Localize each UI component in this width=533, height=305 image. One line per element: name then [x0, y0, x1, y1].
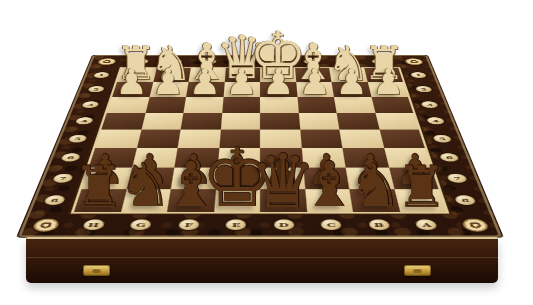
brass-latch-left: [83, 265, 110, 276]
square-G6[interactable]: [132, 148, 178, 168]
decorative-medallion: [371, 59, 387, 64]
square-H6[interactable]: [89, 148, 137, 168]
square-E5[interactable]: [219, 130, 260, 148]
square-C1[interactable]: [295, 68, 332, 82]
square-B5[interactable]: [339, 130, 383, 148]
rank-label-3: 3: [420, 101, 438, 108]
square-F5[interactable]: [178, 130, 221, 148]
square-E1[interactable]: [224, 68, 260, 82]
square-F4[interactable]: [181, 113, 222, 130]
decorative-medallion: [201, 59, 216, 64]
square-H3[interactable]: [107, 97, 149, 113]
square-B1[interactable]: [329, 68, 367, 82]
square-C4[interactable]: [298, 113, 339, 130]
square-B6[interactable]: [342, 148, 388, 168]
square-G5[interactable]: [136, 130, 180, 148]
file-label-C: C: [321, 219, 342, 230]
square-F3[interactable]: [183, 97, 223, 113]
file-label-A: A: [415, 219, 438, 230]
rank-label-7: 7: [52, 174, 74, 183]
rank-label-3: 3: [81, 101, 99, 108]
square-B4[interactable]: [337, 113, 379, 130]
square-F8[interactable]: [167, 189, 215, 212]
square-B7[interactable]: [346, 168, 394, 189]
rank-label-5: 5: [432, 135, 452, 143]
rank-label-4: 4: [75, 117, 94, 124]
rank-label-1: 1: [93, 72, 110, 78]
square-E3[interactable]: [222, 97, 260, 113]
square-G7[interactable]: [126, 168, 174, 189]
square-D3[interactable]: [260, 97, 298, 113]
corner-ornament: [460, 218, 489, 231]
square-D8[interactable]: [260, 189, 307, 212]
decorative-medallion: [133, 59, 149, 64]
rank-label-5: 5: [68, 135, 88, 143]
square-E7[interactable]: [215, 168, 260, 189]
decorative-medallion: [270, 59, 284, 64]
board-front-edge: [26, 237, 498, 283]
square-C7[interactable]: [303, 168, 349, 189]
corner-ornament: [404, 58, 424, 65]
square-E4[interactable]: [220, 113, 260, 130]
corner-ornament: [31, 218, 60, 231]
square-A2[interactable]: [367, 82, 408, 97]
square-D2[interactable]: [260, 82, 297, 97]
square-H1[interactable]: [117, 68, 156, 82]
rank-label-2: 2: [415, 86, 432, 92]
chess-set-photo: HGFEDCBA1122334455667788 ♜♞♝♛♚♝♞♜♟♟♟♟♟♟♟…: [0, 0, 533, 305]
square-A7[interactable]: [388, 168, 438, 189]
square-H7[interactable]: [82, 168, 132, 189]
square-D5[interactable]: [260, 130, 301, 148]
square-F6[interactable]: [174, 148, 218, 168]
square-H2[interactable]: [112, 82, 153, 97]
decorative-medallion: [304, 59, 319, 64]
decorative-medallion: [337, 59, 352, 64]
square-C3[interactable]: [297, 97, 337, 113]
square-F2[interactable]: [186, 82, 224, 97]
rank-label-4: 4: [426, 117, 445, 124]
square-H8[interactable]: [74, 189, 126, 212]
rank-label-1: 1: [410, 72, 427, 78]
square-A4[interactable]: [375, 113, 419, 130]
square-C6[interactable]: [301, 148, 345, 168]
square-A6[interactable]: [384, 148, 432, 168]
board-frame: HGFEDCBA1122334455667788: [16, 55, 504, 238]
rank-label-2: 2: [87, 86, 104, 92]
file-label-F: F: [178, 219, 199, 230]
chess-board: HGFEDCBA1122334455667788: [16, 55, 504, 238]
square-G1[interactable]: [153, 68, 191, 82]
square-F7[interactable]: [171, 168, 217, 189]
square-B3[interactable]: [334, 97, 375, 113]
file-label-E: E: [226, 219, 246, 230]
square-A5[interactable]: [379, 130, 425, 148]
rank-label-6: 6: [60, 153, 81, 161]
square-C8[interactable]: [305, 189, 353, 212]
square-H4[interactable]: [101, 113, 145, 130]
square-D7[interactable]: [260, 168, 305, 189]
square-D6[interactable]: [260, 148, 303, 168]
corner-ornament: [97, 58, 117, 65]
decorative-medallion: [167, 59, 182, 64]
rank-label-8: 8: [43, 195, 66, 205]
square-B8[interactable]: [349, 189, 399, 212]
square-E6[interactable]: [217, 148, 260, 168]
file-label-G: G: [130, 219, 152, 230]
rank-label-8: 8: [454, 195, 477, 205]
rank-label-6: 6: [439, 153, 460, 161]
square-D4[interactable]: [260, 113, 300, 130]
square-F1[interactable]: [189, 68, 226, 82]
rank-label-7: 7: [446, 174, 468, 183]
decorative-medallion: [236, 59, 250, 64]
square-E8[interactable]: [213, 189, 260, 212]
square-G8[interactable]: [120, 189, 170, 212]
square-H5[interactable]: [95, 130, 141, 148]
square-E2[interactable]: [223, 82, 260, 97]
square-A8[interactable]: [394, 189, 446, 212]
board-grid: [74, 68, 446, 212]
square-G3[interactable]: [145, 97, 186, 113]
square-A3[interactable]: [371, 97, 413, 113]
square-G4[interactable]: [141, 113, 183, 130]
square-G2[interactable]: [149, 82, 188, 97]
file-label-D: D: [274, 219, 294, 230]
brass-latch-right: [404, 265, 431, 276]
square-C2[interactable]: [296, 82, 334, 97]
file-label-B: B: [368, 219, 390, 230]
square-B2[interactable]: [331, 82, 370, 97]
square-C5[interactable]: [300, 130, 343, 148]
file-label-H: H: [82, 219, 105, 230]
square-D1[interactable]: [260, 68, 296, 82]
square-A1[interactable]: [364, 68, 403, 82]
